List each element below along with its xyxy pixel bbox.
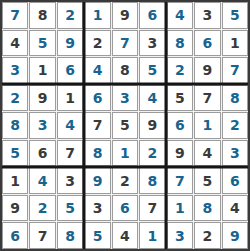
cell-r2c8[interactable]: 6: [194, 30, 220, 57]
cell-r6c8[interactable]: 4: [194, 140, 220, 167]
cell-r3c5[interactable]: 8: [112, 57, 138, 84]
cell-r5c7[interactable]: 6: [167, 112, 193, 139]
cell-r5c4[interactable]: 7: [84, 112, 110, 139]
cell-r7c5[interactable]: 2: [112, 167, 138, 194]
cell-r7c3[interactable]: 3: [57, 167, 83, 194]
cell-r6c1[interactable]: 5: [2, 140, 28, 167]
cell-r3c1[interactable]: 3: [2, 57, 28, 84]
cell-r2c9[interactable]: 1: [222, 30, 248, 57]
cell-r6c5[interactable]: 1: [112, 140, 138, 167]
cell-r4c3[interactable]: 1: [57, 85, 83, 112]
cell-r7c2[interactable]: 4: [29, 167, 55, 194]
cell-r9c5[interactable]: 4: [112, 222, 138, 249]
cell-r1c6[interactable]: 6: [139, 2, 165, 29]
cell-r2c7[interactable]: 8: [167, 30, 193, 57]
cell-r5c2[interactable]: 3: [29, 112, 55, 139]
cell-r4c2[interactable]: 9: [29, 85, 55, 112]
cell-r4c4[interactable]: 6: [84, 85, 110, 112]
cell-r6c9[interactable]: 3: [222, 140, 248, 167]
cell-r4c1[interactable]: 2: [2, 85, 28, 112]
sudoku-grid: 7821964354592738613164852972916345788347…: [2, 2, 248, 249]
cell-r3c3[interactable]: 6: [57, 57, 83, 84]
cell-r8c8[interactable]: 8: [194, 195, 220, 222]
cell-r4c7[interactable]: 5: [167, 85, 193, 112]
cell-r7c7[interactable]: 7: [167, 167, 193, 194]
cell-r9c1[interactable]: 6: [2, 222, 28, 249]
cell-r3c8[interactable]: 9: [194, 57, 220, 84]
cell-r9c2[interactable]: 7: [29, 222, 55, 249]
cell-r6c7[interactable]: 9: [167, 140, 193, 167]
cell-r1c5[interactable]: 9: [112, 2, 138, 29]
cell-r5c3[interactable]: 4: [57, 112, 83, 139]
cell-r8c3[interactable]: 5: [57, 195, 83, 222]
cell-r1c4[interactable]: 1: [84, 2, 110, 29]
cell-r5c9[interactable]: 2: [222, 112, 248, 139]
cell-r8c4[interactable]: 3: [84, 195, 110, 222]
cell-r7c4[interactable]: 9: [84, 167, 110, 194]
cell-r8c1[interactable]: 9: [2, 195, 28, 222]
sudoku-board: 7821964354592738613164852972916345788347…: [0, 0, 250, 251]
cell-r1c8[interactable]: 3: [194, 2, 220, 29]
cell-r5c8[interactable]: 1: [194, 112, 220, 139]
cell-r5c6[interactable]: 9: [139, 112, 165, 139]
cell-r8c5[interactable]: 6: [112, 195, 138, 222]
cell-r8c2[interactable]: 2: [29, 195, 55, 222]
cell-r7c9[interactable]: 6: [222, 167, 248, 194]
cell-r4c9[interactable]: 8: [222, 85, 248, 112]
cell-r4c6[interactable]: 4: [139, 85, 165, 112]
cell-r6c4[interactable]: 8: [84, 140, 110, 167]
cell-r2c6[interactable]: 3: [139, 30, 165, 57]
cell-r9c4[interactable]: 5: [84, 222, 110, 249]
cell-r5c1[interactable]: 8: [2, 112, 28, 139]
cell-r7c6[interactable]: 8: [139, 167, 165, 194]
cell-r3c6[interactable]: 5: [139, 57, 165, 84]
cell-r8c7[interactable]: 1: [167, 195, 193, 222]
cell-r4c8[interactable]: 7: [194, 85, 220, 112]
cell-r9c3[interactable]: 8: [57, 222, 83, 249]
cell-r9c7[interactable]: 3: [167, 222, 193, 249]
cell-r8c6[interactable]: 7: [139, 195, 165, 222]
cell-r2c3[interactable]: 9: [57, 30, 83, 57]
cell-r3c2[interactable]: 1: [29, 57, 55, 84]
cell-r8c9[interactable]: 4: [222, 195, 248, 222]
cell-r3c4[interactable]: 4: [84, 57, 110, 84]
cell-r2c1[interactable]: 4: [2, 30, 28, 57]
cell-r5c5[interactable]: 5: [112, 112, 138, 139]
cell-r2c5[interactable]: 7: [112, 30, 138, 57]
cell-r6c2[interactable]: 6: [29, 140, 55, 167]
cell-r3c7[interactable]: 2: [167, 57, 193, 84]
cell-r6c3[interactable]: 7: [57, 140, 83, 167]
cell-r4c5[interactable]: 3: [112, 85, 138, 112]
cell-r9c9[interactable]: 9: [222, 222, 248, 249]
cell-r1c7[interactable]: 4: [167, 2, 193, 29]
cell-r1c2[interactable]: 8: [29, 2, 55, 29]
cell-r7c1[interactable]: 1: [2, 167, 28, 194]
cell-r7c8[interactable]: 5: [194, 167, 220, 194]
cell-r2c4[interactable]: 2: [84, 30, 110, 57]
cell-r6c6[interactable]: 2: [139, 140, 165, 167]
cell-r1c3[interactable]: 2: [57, 2, 83, 29]
cell-r1c1[interactable]: 7: [2, 2, 28, 29]
cell-r9c6[interactable]: 1: [139, 222, 165, 249]
cell-r2c2[interactable]: 5: [29, 30, 55, 57]
cell-r3c9[interactable]: 7: [222, 57, 248, 84]
cell-r1c9[interactable]: 5: [222, 2, 248, 29]
cell-r9c8[interactable]: 2: [194, 222, 220, 249]
